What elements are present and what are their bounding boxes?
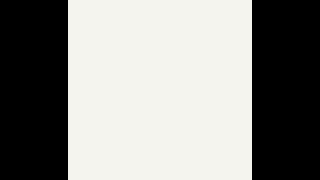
video-frame [0,0,320,180]
chess-board-frame [68,0,252,180]
chess-board [72,2,248,178]
rank-labels-right [248,2,252,178]
